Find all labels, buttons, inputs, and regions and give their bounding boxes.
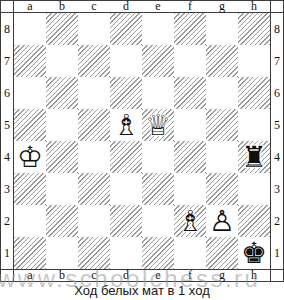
square-e3[interactable]: [142, 173, 174, 205]
corner-pad: [270, 270, 283, 281]
square-f3[interactable]: [174, 173, 206, 205]
rank-label-8-left: 8: [1, 13, 13, 45]
square-g7[interactable]: [206, 45, 238, 77]
square-b2[interactable]: [46, 205, 78, 237]
square-b8[interactable]: [46, 13, 78, 45]
square-h7[interactable]: [238, 45, 270, 77]
square-d3[interactable]: [110, 173, 142, 205]
file-label-g-top: g: [206, 1, 238, 12]
file-label-h-top: h: [238, 1, 270, 12]
rank-label-2-right: 2: [271, 205, 283, 237]
square-f4[interactable]: [174, 141, 206, 173]
black-king-h1[interactable]: ♚: [241, 239, 267, 268]
corner-pad: [271, 1, 283, 13]
file-labels-bottom: abcdefgh: [1, 269, 283, 281]
rank-label-8-right: 8: [271, 13, 283, 45]
chess-puzzle-page: abcdefgh 87654321 87654321 ♗♕♔♜♗♙♚ abcde…: [0, 0, 284, 300]
square-c6[interactable]: [78, 77, 110, 109]
square-f7[interactable]: [174, 45, 206, 77]
file-label-g-bottom: g: [206, 270, 238, 281]
square-c2[interactable]: [78, 205, 110, 237]
rank-label-7-left: 7: [1, 45, 13, 77]
square-b4[interactable]: [46, 141, 78, 173]
file-label-d-bottom: d: [110, 270, 142, 281]
rank-label-7-right: 7: [271, 45, 283, 77]
file-label-e-top: e: [142, 1, 174, 12]
white-queen-e5[interactable]: ♕: [145, 111, 171, 140]
white-bishop-f2[interactable]: ♗: [177, 207, 203, 236]
square-a1[interactable]: [14, 237, 46, 269]
file-label-a-bottom: a: [14, 270, 46, 281]
rank-label-3-left: 3: [1, 173, 13, 205]
square-c8[interactable]: [78, 13, 110, 45]
square-d5[interactable]: ♗: [110, 109, 142, 141]
square-g3[interactable]: [206, 173, 238, 205]
file-label-b-top: b: [46, 1, 78, 12]
corner-pad: [1, 1, 13, 13]
rank-labels-left: 87654321: [1, 1, 14, 281]
square-f6[interactable]: [174, 77, 206, 109]
file-label-c-bottom: c: [78, 270, 110, 281]
square-b5[interactable]: [46, 109, 78, 141]
rank-label-1-left: 1: [1, 237, 13, 269]
square-d7[interactable]: [110, 45, 142, 77]
square-f2[interactable]: ♗: [174, 205, 206, 237]
rank-label-2-left: 2: [1, 205, 13, 237]
square-d2[interactable]: [110, 205, 142, 237]
file-label-f-bottom: f: [174, 270, 206, 281]
square-h2[interactable]: [238, 205, 270, 237]
puzzle-caption: Ход белых мат в 1 ход: [0, 283, 284, 298]
square-g4[interactable]: [206, 141, 238, 173]
square-e7[interactable]: [142, 45, 174, 77]
square-e1[interactable]: [142, 237, 174, 269]
file-label-b-bottom: b: [46, 270, 78, 281]
file-label-d-top: d: [110, 1, 142, 12]
square-h3[interactable]: [238, 173, 270, 205]
square-g8[interactable]: [206, 13, 238, 45]
square-b1[interactable]: [46, 237, 78, 269]
rank-label-4-left: 4: [1, 141, 13, 173]
file-label-e-bottom: e: [142, 270, 174, 281]
corner-pad: [1, 270, 14, 281]
square-g6[interactable]: [206, 77, 238, 109]
rank-label-3-right: 3: [271, 173, 283, 205]
square-h8[interactable]: [238, 13, 270, 45]
square-h1[interactable]: ♚: [238, 237, 270, 269]
square-g2[interactable]: ♙: [206, 205, 238, 237]
board: ♗♕♔♜♗♙♚: [14, 13, 270, 269]
black-rook-h4[interactable]: ♜: [241, 143, 267, 172]
rank-label-1-right: 1: [271, 237, 283, 269]
square-b6[interactable]: [46, 77, 78, 109]
square-a4[interactable]: ♔: [14, 141, 46, 173]
rank-label-5-right: 5: [271, 109, 283, 141]
square-d4[interactable]: [110, 141, 142, 173]
file-label-h-bottom: h: [238, 270, 270, 281]
square-d6[interactable]: [110, 77, 142, 109]
square-b3[interactable]: [46, 173, 78, 205]
file-label-a-top: a: [14, 1, 46, 12]
square-f8[interactable]: [174, 13, 206, 45]
file-labels-top: abcdefgh: [1, 1, 283, 13]
file-label-c-top: c: [78, 1, 110, 12]
square-h6[interactable]: [238, 77, 270, 109]
white-pawn-g2[interactable]: ♙: [209, 207, 235, 236]
square-d1[interactable]: [110, 237, 142, 269]
square-c7[interactable]: [78, 45, 110, 77]
square-e5[interactable]: ♕: [142, 109, 174, 141]
square-a2[interactable]: [14, 205, 46, 237]
board-frame: abcdefgh 87654321 87654321 ♗♕♔♜♗♙♚ abcde…: [0, 0, 284, 282]
square-a3[interactable]: [14, 173, 46, 205]
square-c3[interactable]: [78, 173, 110, 205]
square-a5[interactable]: [14, 109, 46, 141]
rank-label-4-right: 4: [271, 141, 283, 173]
square-e2[interactable]: [142, 205, 174, 237]
square-e4[interactable]: [142, 141, 174, 173]
square-c5[interactable]: [78, 109, 110, 141]
rank-label-5-left: 5: [1, 109, 13, 141]
square-e6[interactable]: [142, 77, 174, 109]
rank-label-6-right: 6: [271, 77, 283, 109]
square-c4[interactable]: [78, 141, 110, 173]
square-b7[interactable]: [46, 45, 78, 77]
white-bishop-d5[interactable]: ♗: [113, 111, 139, 140]
white-king-a4[interactable]: ♔: [17, 143, 43, 172]
square-a7[interactable]: [14, 45, 46, 77]
square-g5[interactable]: [206, 109, 238, 141]
square-c1[interactable]: [78, 237, 110, 269]
square-g1[interactable]: [206, 237, 238, 269]
square-f1[interactable]: [174, 237, 206, 269]
square-f5[interactable]: [174, 109, 206, 141]
rank-label-6-left: 6: [1, 77, 13, 109]
square-a6[interactable]: [14, 77, 46, 109]
square-h5[interactable]: [238, 109, 270, 141]
square-e8[interactable]: [142, 13, 174, 45]
square-a8[interactable]: [14, 13, 46, 45]
file-label-f-top: f: [174, 1, 206, 12]
rank-labels-right: 87654321: [270, 1, 283, 281]
square-d8[interactable]: [110, 13, 142, 45]
square-h4[interactable]: ♜: [238, 141, 270, 173]
